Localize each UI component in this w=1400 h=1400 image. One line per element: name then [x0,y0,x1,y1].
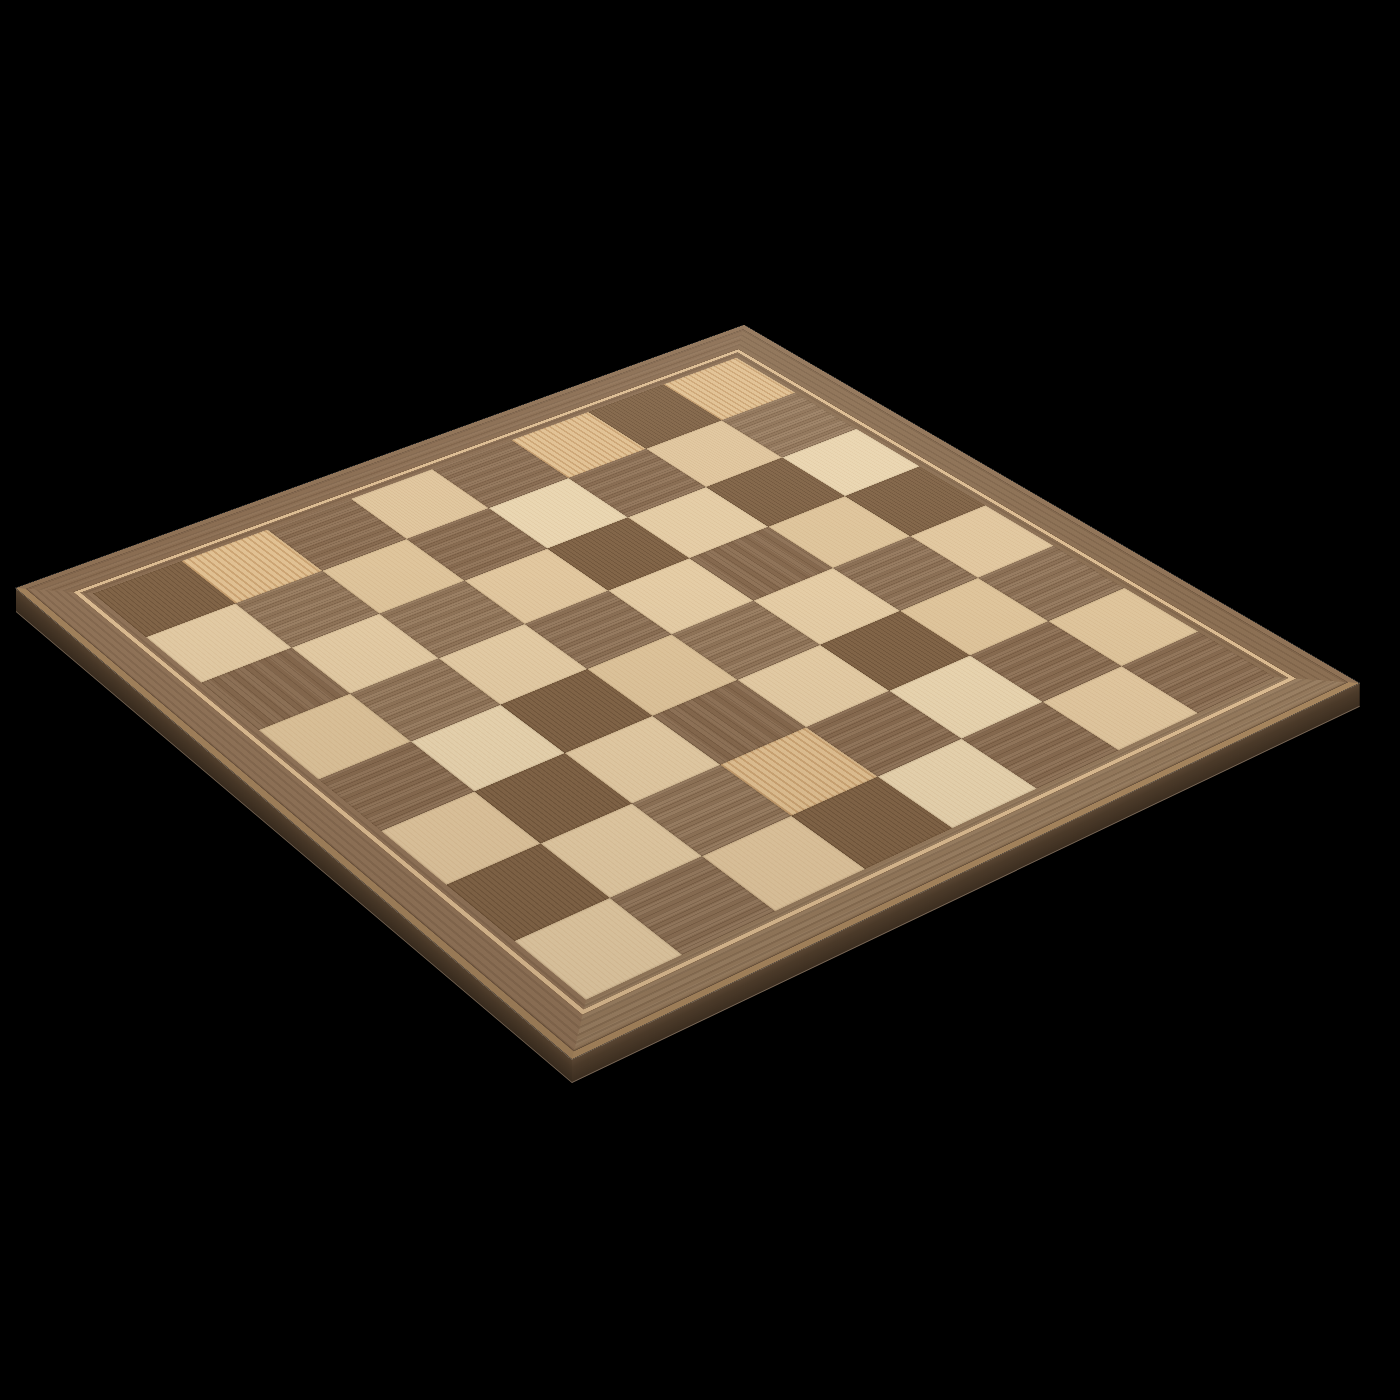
chessboard-scene [0,0,1400,1400]
chessboard [16,325,1359,1059]
board-field [93,358,1275,1000]
